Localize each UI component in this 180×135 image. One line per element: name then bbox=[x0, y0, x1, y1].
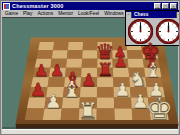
chess-piece-white-pawn-f3[interactable]: ♟ bbox=[114, 81, 130, 99]
clock-window-title: Chess bbox=[132, 11, 176, 18]
window-buttons: –▢× bbox=[154, 3, 177, 9]
chess-piece-white-bishop-c3[interactable]: ♝ bbox=[62, 78, 82, 100]
workspace: ♛♟♚♟♝♟♟♜♝♝♟♞♟♟♟♝♟♟♜♚ − Chess ▪ bbox=[2, 18, 178, 133]
title-bar[interactable]: Chessmaster 3000 –▢× bbox=[2, 2, 178, 10]
chess-piece-red-pawn-d4[interactable]: ♟ bbox=[81, 72, 97, 89]
menu-item-windows[interactable]: Windows bbox=[104, 10, 123, 17]
chess-piece-red-pawn-f6[interactable]: ♟ bbox=[114, 54, 128, 70]
minimize-button[interactable]: – bbox=[154, 3, 161, 9]
app-window: Chessmaster 3000 –▢× GamePlayActionsMent… bbox=[0, 0, 180, 135]
chess-piece-white-knight-g4[interactable]: ♞ bbox=[129, 69, 147, 89]
close-button[interactable]: × bbox=[170, 3, 177, 9]
chess-piece-red-pawn-a5[interactable]: ♟ bbox=[34, 63, 49, 79]
app-icon[interactable] bbox=[3, 3, 10, 10]
menu-item-mentor[interactable]: Mentor bbox=[58, 10, 73, 17]
maximize-button[interactable]: ▢ bbox=[162, 3, 169, 9]
chess-piece-white-pawn-b2[interactable]: ♟ bbox=[45, 92, 62, 111]
chess-piece-red-pawn-a3[interactable]: ♟ bbox=[30, 81, 46, 99]
bottom-panel bbox=[2, 129, 178, 135]
menu-item-game[interactable]: Game bbox=[5, 10, 18, 17]
menu-item-lookfeel[interactable]: Look/Feel bbox=[78, 10, 99, 17]
clock-window-titlebar[interactable]: − Chess ▪ bbox=[126, 11, 180, 18]
close-icon[interactable]: ▪ bbox=[176, 12, 180, 18]
chess-piece-white-king-h1[interactable]: ♚ bbox=[146, 94, 173, 124]
chess-piece-white-rook-d1[interactable]: ♜ bbox=[78, 100, 98, 123]
chess-piece-red-rook-e5[interactable]: ♜ bbox=[97, 61, 113, 79]
menu-item-actions[interactable]: Actions bbox=[37, 10, 53, 17]
menu-item-play[interactable]: Play bbox=[23, 10, 32, 17]
window-title: Chessmaster 3000 bbox=[12, 2, 154, 10]
